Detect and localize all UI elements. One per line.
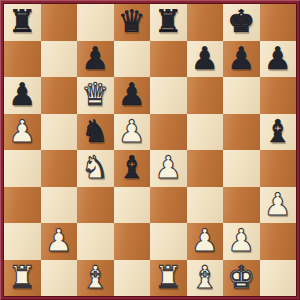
square-g7[interactable]: ♟ [223,41,260,78]
square-b3[interactable] [41,187,78,224]
square-e7[interactable] [150,41,187,78]
square-h2[interactable] [260,223,297,260]
square-c3[interactable] [77,187,114,224]
square-a1[interactable]: ♜ [4,260,41,297]
square-f5[interactable] [187,114,224,151]
square-d2[interactable] [114,223,151,260]
square-b2[interactable]: ♟ [41,223,78,260]
white-rook-icon[interactable]: ♜ [8,260,36,295]
square-b6[interactable] [41,77,78,114]
square-c4[interactable]: ♞ [77,150,114,187]
board-frame: ♜♛♜♚♟♟♟♟♟♛♟♟♞♟♝♞♝♟♟♟♟♟♜♝♜♝♚ [0,0,300,300]
white-pawn-icon[interactable]: ♟ [227,223,255,258]
square-h3[interactable]: ♟ [260,187,297,224]
square-a5[interactable]: ♟ [4,114,41,151]
square-g8[interactable]: ♚ [223,4,260,41]
white-pawn-icon[interactable]: ♟ [118,114,146,149]
square-d5[interactable]: ♟ [114,114,151,151]
white-pawn-icon[interactable]: ♟ [154,150,182,185]
white-rook-icon[interactable]: ♜ [154,260,182,295]
black-pawn-icon[interactable]: ♟ [8,77,36,112]
square-c1[interactable]: ♝ [77,260,114,297]
square-d6[interactable]: ♟ [114,77,151,114]
black-knight-icon[interactable]: ♞ [81,114,109,149]
square-b7[interactable] [41,41,78,78]
square-e8[interactable]: ♜ [150,4,187,41]
square-h8[interactable] [260,4,297,41]
square-a6[interactable]: ♟ [4,77,41,114]
square-a8[interactable]: ♜ [4,4,41,41]
square-g5[interactable] [223,114,260,151]
square-b8[interactable] [41,4,78,41]
black-pawn-icon[interactable]: ♟ [191,41,219,76]
black-rook-icon[interactable]: ♜ [154,4,182,39]
black-bishop-icon[interactable]: ♝ [264,114,292,149]
square-f3[interactable] [187,187,224,224]
square-h7[interactable]: ♟ [260,41,297,78]
square-h6[interactable] [260,77,297,114]
square-g3[interactable] [223,187,260,224]
square-f7[interactable]: ♟ [187,41,224,78]
square-h4[interactable] [260,150,297,187]
square-f1[interactable]: ♝ [187,260,224,297]
square-c8[interactable] [77,4,114,41]
square-c7[interactable]: ♟ [77,41,114,78]
white-knight-icon[interactable]: ♞ [81,150,109,185]
square-e5[interactable] [150,114,187,151]
black-queen-icon[interactable]: ♛ [118,4,146,39]
square-e1[interactable]: ♜ [150,260,187,297]
square-g1[interactable]: ♚ [223,260,260,297]
square-e6[interactable] [150,77,187,114]
square-d3[interactable] [114,187,151,224]
black-king-icon[interactable]: ♚ [227,4,255,39]
square-f2[interactable]: ♟ [187,223,224,260]
square-g6[interactable] [223,77,260,114]
square-b5[interactable] [41,114,78,151]
white-queen-icon[interactable]: ♛ [81,77,109,112]
black-bishop-icon[interactable]: ♝ [118,150,146,185]
square-b1[interactable] [41,260,78,297]
black-pawn-icon[interactable]: ♟ [264,41,292,76]
square-h1[interactable] [260,260,297,297]
square-f4[interactable] [187,150,224,187]
white-bishop-icon[interactable]: ♝ [81,260,109,295]
square-g4[interactable] [223,150,260,187]
square-e3[interactable] [150,187,187,224]
square-c6[interactable]: ♛ [77,77,114,114]
square-d4[interactable]: ♝ [114,150,151,187]
square-a4[interactable] [4,150,41,187]
chess-board: ♜♛♜♚♟♟♟♟♟♛♟♟♞♟♝♞♝♟♟♟♟♟♜♝♜♝♚ [4,4,296,296]
square-h5[interactable]: ♝ [260,114,297,151]
square-a2[interactable] [4,223,41,260]
black-pawn-icon[interactable]: ♟ [118,77,146,112]
black-pawn-icon[interactable]: ♟ [81,41,109,76]
black-rook-icon[interactable]: ♜ [8,4,36,39]
square-f6[interactable] [187,77,224,114]
white-pawn-icon[interactable]: ♟ [45,223,73,258]
square-d1[interactable] [114,260,151,297]
square-g2[interactable]: ♟ [223,223,260,260]
square-a3[interactable] [4,187,41,224]
square-b4[interactable] [41,150,78,187]
white-king-icon[interactable]: ♚ [227,260,255,295]
square-c2[interactable] [77,223,114,260]
white-pawn-icon[interactable]: ♟ [191,223,219,258]
square-f8[interactable] [187,4,224,41]
black-pawn-icon[interactable]: ♟ [227,41,255,76]
white-bishop-icon[interactable]: ♝ [191,260,219,295]
white-pawn-icon[interactable]: ♟ [8,114,36,149]
square-d7[interactable] [114,41,151,78]
square-e4[interactable]: ♟ [150,150,187,187]
white-pawn-icon[interactable]: ♟ [264,187,292,222]
square-c5[interactable]: ♞ [77,114,114,151]
square-a7[interactable] [4,41,41,78]
square-d8[interactable]: ♛ [114,4,151,41]
square-e2[interactable] [150,223,187,260]
